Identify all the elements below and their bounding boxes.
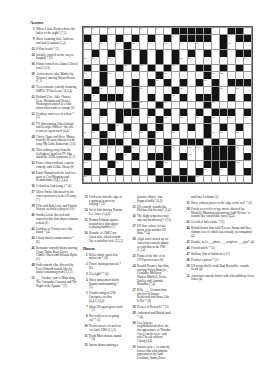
grid-cell[interactable]: 39	[236, 87, 244, 94]
grid-cell[interactable]	[172, 153, 180, 160]
grid-cell[interactable]: 27	[172, 65, 180, 72]
cell-number: 82	[108, 168, 111, 171]
grid-cell[interactable]	[116, 176, 124, 183]
grid-cell[interactable]: 44	[140, 102, 148, 109]
grid-cell[interactable]	[188, 94, 196, 101]
grid-cell[interactable]	[244, 124, 252, 131]
grid-cell[interactable]: 13	[132, 42, 140, 49]
grid-cell[interactable]	[196, 131, 204, 138]
grid-cell[interactable]	[132, 72, 140, 79]
grid-cell[interactable]	[156, 139, 164, 146]
grid-cell[interactable]: 70	[108, 146, 116, 153]
grid-cell[interactable]	[140, 146, 148, 153]
clue: 50US action thriller with Burt Reynolds …	[185, 265, 255, 272]
grid-cell[interactable]: 28	[84, 72, 92, 79]
grid-cell[interactable]	[148, 146, 156, 153]
grid-cell[interactable]: 83	[204, 168, 212, 175]
grid-cell[interactable]	[124, 79, 132, 86]
grid-cell[interactable]	[220, 176, 228, 183]
grid-cell[interactable]	[188, 168, 196, 175]
grid-cell[interactable]: 76	[124, 153, 132, 160]
grid-cell[interactable]: 55	[212, 116, 220, 123]
grid-cell[interactable]	[84, 124, 92, 131]
grid-cell[interactable]	[204, 109, 212, 116]
grid-cell[interactable]	[132, 131, 140, 138]
grid-cell[interactable]	[188, 65, 196, 72]
grid-cell[interactable]	[92, 42, 100, 49]
grid-cell[interactable]	[204, 57, 212, 64]
grid-cell[interactable]: 51	[148, 116, 156, 123]
grid-cell[interactable]: 15	[164, 42, 172, 49]
grid-cell[interactable]: 16	[180, 42, 188, 49]
grid-cell[interactable]	[172, 79, 180, 86]
grid-cell[interactable]	[196, 124, 204, 131]
grid-cell[interactable]: 85	[84, 176, 92, 183]
grid-cell[interactable]	[108, 79, 116, 86]
grid-cell[interactable]	[212, 42, 220, 49]
grid-cell[interactable]	[108, 65, 116, 72]
grid-cell[interactable]	[244, 87, 252, 94]
grid-cell[interactable]	[236, 139, 244, 146]
grid-cell[interactable]	[100, 57, 108, 64]
block-cell	[220, 50, 228, 57]
grid-cell[interactable]	[228, 87, 236, 94]
grid-cell[interactable]: 40	[92, 94, 100, 101]
grid-cell[interactable]	[220, 57, 228, 64]
grid-cell[interactable]	[156, 109, 164, 116]
grid-cell[interactable]: 82	[108, 168, 116, 175]
grid-cell[interactable]	[212, 57, 220, 64]
grid-cell[interactable]	[204, 176, 212, 183]
grid-cell[interactable]: 1	[84, 28, 92, 35]
grid-cell[interactable]: 8	[172, 35, 180, 42]
grid-cell[interactable]	[92, 102, 100, 109]
grid-cell[interactable]	[236, 109, 244, 116]
cell-number: 70	[108, 146, 111, 149]
grid-cell[interactable]	[140, 176, 148, 183]
grid-cell[interactable]: 80	[164, 161, 172, 168]
grid-cell[interactable]	[220, 102, 228, 109]
grid-cell[interactable]	[132, 161, 140, 168]
grid-cell[interactable]	[148, 87, 156, 94]
grid-cell[interactable]: 5	[140, 28, 148, 35]
grid-cell[interactable]	[148, 161, 156, 168]
grid-cell[interactable]: 17	[196, 42, 204, 49]
grid-cell[interactable]: 66	[212, 131, 220, 138]
grid-cell[interactable]: 58	[116, 124, 124, 131]
grid-cell[interactable]: 37	[180, 87, 188, 94]
grid-cell[interactable]	[92, 153, 100, 160]
grid-cell[interactable]	[164, 57, 172, 64]
grid-cell[interactable]	[116, 146, 124, 153]
grid-cell[interactable]: 79	[116, 161, 124, 168]
grid-cell[interactable]: 53	[180, 116, 188, 123]
grid-cell[interactable]	[180, 161, 188, 168]
grid-cell[interactable]: 14	[148, 42, 156, 49]
grid-cell[interactable]: 78	[84, 161, 92, 168]
grid-cell[interactable]	[92, 116, 100, 123]
grid-cell[interactable]	[132, 50, 140, 57]
block-cell	[84, 139, 92, 146]
grid-cell[interactable]: 67	[220, 131, 228, 138]
grid-cell[interactable]: 54	[196, 116, 204, 123]
clue: 49Irish comedy film, directed by Peter O…	[30, 264, 78, 275]
grid-cell[interactable]	[244, 176, 252, 183]
grid-cell[interactable]	[116, 102, 124, 109]
grid-cell[interactable]	[180, 146, 188, 153]
grid-cell[interactable]: 47	[84, 116, 92, 123]
grid-cell[interactable]: 18	[228, 42, 236, 49]
clue-number: 56	[83, 232, 88, 243]
grid-cell[interactable]	[164, 87, 172, 94]
grid-cell[interactable]: 33	[156, 79, 164, 86]
grid-cell[interactable]	[148, 57, 156, 64]
grid-cell[interactable]: 35	[100, 87, 108, 94]
grid-cell[interactable]	[140, 139, 148, 146]
block-cell	[228, 109, 236, 116]
grid-cell[interactable]: 81	[236, 161, 244, 168]
grid-cell[interactable]	[204, 87, 212, 94]
grid-cell[interactable]	[132, 57, 140, 64]
clue-number: 27	[131, 289, 136, 304]
grid-cell[interactable]	[116, 50, 124, 57]
grid-cell[interactable]	[244, 102, 252, 109]
grid-cell[interactable]: 23	[188, 57, 196, 64]
grid-cell[interactable]	[196, 102, 204, 109]
grid-cell[interactable]	[180, 131, 188, 138]
grid-cell[interactable]	[124, 94, 132, 101]
grid-cell[interactable]	[188, 72, 196, 79]
block-cell	[244, 94, 252, 101]
grid-cell[interactable]	[228, 57, 236, 64]
grid-cell[interactable]	[100, 102, 108, 109]
grid-cell[interactable]	[100, 50, 108, 57]
grid-cell[interactable]	[180, 102, 188, 109]
grid-cell[interactable]: 25	[124, 65, 132, 72]
grid-cell[interactable]	[100, 28, 108, 35]
grid-cell[interactable]	[228, 131, 236, 138]
grid-cell[interactable]	[140, 168, 148, 175]
grid-cell[interactable]	[228, 102, 236, 109]
grid-cell[interactable]: 62	[124, 131, 132, 138]
grid-cell[interactable]	[172, 139, 180, 146]
grid-cell[interactable]	[132, 28, 140, 35]
grid-cell[interactable]: 56	[228, 116, 236, 123]
grid-cell[interactable]	[148, 102, 156, 109]
grid-cell[interactable]	[108, 42, 116, 49]
grid-cell[interactable]	[188, 131, 196, 138]
grid-cell[interactable]	[180, 124, 188, 131]
grid-cell[interactable]	[92, 168, 100, 175]
grid-cell[interactable]: 10	[84, 42, 92, 49]
grid-cell[interactable]	[172, 72, 180, 79]
clue-text: Algal water mixed up for American comedy…	[137, 238, 171, 253]
grid-cell[interactable]	[236, 168, 244, 175]
grid-cell[interactable]	[188, 87, 196, 94]
grid-cell[interactable]: 9	[228, 35, 236, 42]
grid-cell[interactable]	[188, 161, 196, 168]
grid-cell[interactable]: 71	[132, 146, 140, 153]
grid-cell[interactable]: 20	[92, 57, 100, 64]
grid-cell[interactable]	[140, 42, 148, 49]
grid-cell[interactable]: 60	[92, 131, 100, 138]
grid-cell[interactable]	[140, 116, 148, 123]
grid-cell[interactable]	[220, 94, 228, 101]
grid-cell[interactable]	[116, 28, 124, 35]
grid-cell[interactable]	[212, 176, 220, 183]
grid-cell[interactable]: 84	[220, 168, 228, 175]
grid-cell[interactable]	[124, 161, 132, 168]
grid-cell[interactable]	[100, 146, 108, 153]
grid-cell[interactable]	[236, 176, 244, 183]
grid-cell[interactable]	[220, 116, 228, 123]
grid-cell[interactable]	[236, 102, 244, 109]
clue-number: 29	[131, 312, 136, 319]
grid-cell[interactable]: 48	[100, 116, 108, 123]
clue: 16The flight sequences may take my breat…	[131, 215, 171, 222]
grid-cell[interactable]: 34	[204, 79, 212, 86]
clue: 21Richard Gere, Julie Christie, Gene Hac…	[30, 96, 78, 111]
grid-cell[interactable]	[164, 50, 172, 57]
grid-cell[interactable]: 75	[236, 146, 244, 153]
grid-cell[interactable]: 22	[180, 57, 188, 64]
grid-cell[interactable]: 38	[220, 87, 228, 94]
grid-cell[interactable]	[116, 131, 124, 138]
grid-cell[interactable]: 31	[212, 72, 220, 79]
grid-cell[interactable]	[244, 146, 252, 153]
grid-cell[interactable]	[132, 124, 140, 131]
grid-cell[interactable]	[140, 79, 148, 86]
grid-cell[interactable]	[172, 116, 180, 123]
grid-cell[interactable]	[164, 28, 172, 35]
grid-cell[interactable]: 29	[108, 72, 116, 79]
grid-cell[interactable]	[244, 161, 252, 168]
grid-cell[interactable]: 57	[244, 116, 252, 123]
grid-cell[interactable]: 41	[172, 94, 180, 101]
grid-cell[interactable]	[140, 153, 148, 160]
clue: 24Ronald Neame's last film, starring Vic…	[131, 265, 171, 287]
grid-cell[interactable]	[108, 176, 116, 183]
grid-cell[interactable]: 24	[244, 57, 252, 64]
grid-cell[interactable]	[228, 72, 236, 79]
grid-cell[interactable]	[196, 72, 204, 79]
grid-cell[interactable]	[236, 153, 244, 160]
grid-cell[interactable]: 86	[196, 176, 204, 183]
grid-cell[interactable]	[140, 94, 148, 101]
grid-cell[interactable]: 12	[116, 42, 124, 49]
grid-cell[interactable]: 46	[212, 102, 220, 109]
grid-cell[interactable]	[156, 146, 164, 153]
grid-cell[interactable]	[140, 161, 148, 168]
grid-cell[interactable]	[244, 65, 252, 72]
grid-cell[interactable]	[244, 72, 252, 79]
grid-cell[interactable]	[124, 102, 132, 109]
grid-cell[interactable]: 65	[172, 131, 180, 138]
grid-cell[interactable]	[172, 161, 180, 168]
grid-cell[interactable]	[164, 131, 172, 138]
grid-cell[interactable]: 11	[100, 42, 108, 49]
grid-cell[interactable]	[92, 146, 100, 153]
grid-cell[interactable]	[196, 161, 204, 168]
grid-cell[interactable]	[92, 161, 100, 168]
grid-cell[interactable]: 2	[92, 28, 100, 35]
grid-cell[interactable]	[236, 72, 244, 79]
grid-cell[interactable]: 32	[220, 72, 228, 79]
grid-cell[interactable]: 59	[84, 131, 92, 138]
grid-cell[interactable]	[148, 72, 156, 79]
grid-cell[interactable]	[148, 176, 156, 183]
grid-cell[interactable]: 49	[124, 116, 132, 123]
grid-cell[interactable]	[100, 176, 108, 183]
grid-cell[interactable]	[196, 57, 204, 64]
grid-cell[interactable]	[124, 139, 132, 146]
grid-cell[interactable]: 43	[108, 102, 116, 109]
grid-cell[interactable]: 50	[132, 116, 140, 123]
grid-cell[interactable]	[124, 176, 132, 183]
grid-cell[interactable]: 6	[156, 28, 164, 35]
grid-cell[interactable]	[220, 139, 228, 146]
grid-cell[interactable]	[124, 87, 132, 94]
grid-cell[interactable]: 74	[196, 146, 204, 153]
grid-cell[interactable]	[116, 87, 124, 94]
grid-cell[interactable]	[140, 35, 148, 42]
grid-cell[interactable]	[228, 176, 236, 183]
grid-cell[interactable]	[156, 42, 164, 49]
grid-cell[interactable]	[188, 79, 196, 86]
grid-cell[interactable]	[100, 124, 108, 131]
grid-cell[interactable]	[92, 72, 100, 79]
cell-number: 76	[124, 153, 127, 156]
grid-cell[interactable]	[196, 87, 204, 94]
grid-cell[interactable]	[196, 50, 204, 57]
grid-cell[interactable]	[228, 65, 236, 72]
grid-cell[interactable]	[212, 124, 220, 131]
grid-cell[interactable]	[92, 65, 100, 72]
grid-cell[interactable]	[156, 168, 164, 175]
grid-cell[interactable]	[204, 42, 212, 49]
grid-cell[interactable]: 42	[84, 102, 92, 109]
grid-cell[interactable]	[156, 94, 164, 101]
grid-cell[interactable]	[196, 153, 204, 160]
grid-cell[interactable]: 52	[164, 116, 172, 123]
grid-cell[interactable]	[156, 35, 164, 42]
grid-cell[interactable]	[156, 87, 164, 94]
grid-cell[interactable]: 63	[140, 131, 148, 138]
grid-cell[interactable]: 4	[124, 28, 132, 35]
grid-cell[interactable]	[124, 35, 132, 42]
grid-cell[interactable]: 77	[188, 153, 196, 160]
grid-cell[interactable]	[108, 116, 116, 123]
grid-cell[interactable]: 30	[164, 72, 172, 79]
grid-cell[interactable]	[204, 139, 212, 146]
grid-cell[interactable]	[156, 65, 164, 72]
grid-cell[interactable]	[244, 28, 252, 35]
grid-cell[interactable]	[220, 28, 228, 35]
grid-cell[interactable]	[188, 109, 196, 116]
grid-cell[interactable]: 68	[236, 131, 244, 138]
grid-cell[interactable]	[212, 35, 220, 42]
grid-cell[interactable]	[124, 72, 132, 79]
grid-cell[interactable]	[100, 161, 108, 168]
grid-cell[interactable]	[108, 35, 116, 42]
grid-cell[interactable]: 26	[140, 65, 148, 72]
grid-cell[interactable]	[148, 28, 156, 35]
grid-cell[interactable]	[180, 72, 188, 79]
grid-cell[interactable]	[92, 176, 100, 183]
grid-cell[interactable]	[212, 50, 220, 57]
clue-text: Plural of the title of its 1979 predeces…	[137, 255, 171, 262]
grid-cell[interactable]	[84, 50, 92, 57]
grid-cell[interactable]	[228, 50, 236, 57]
grid-cell[interactable]	[244, 131, 252, 138]
grid-cell[interactable]	[92, 79, 100, 86]
grid-cell[interactable]	[148, 124, 156, 131]
grid-cell[interactable]: 19	[84, 57, 92, 64]
grid-cell[interactable]	[148, 50, 156, 57]
grid-cell[interactable]	[172, 102, 180, 109]
cell-number: 62	[124, 131, 127, 134]
grid-cell[interactable]: 7	[212, 28, 220, 35]
grid-cell[interactable]	[236, 42, 244, 49]
grid-cell[interactable]	[236, 57, 244, 64]
grid-cell[interactable]	[172, 42, 180, 49]
grid-cell[interactable]	[92, 109, 100, 116]
grid-cell[interactable]: 21	[108, 57, 116, 64]
block-cell	[180, 28, 188, 35]
grid-cell[interactable]: 61	[108, 131, 116, 138]
grid-cell[interactable]	[108, 109, 116, 116]
grid-cell[interactable]	[84, 87, 92, 94]
grid-cell[interactable]	[108, 153, 116, 160]
grid-cell[interactable]	[140, 109, 148, 116]
grid-cell[interactable]	[180, 50, 188, 57]
grid-cell[interactable]	[188, 116, 196, 123]
grid-cell[interactable]	[172, 109, 180, 116]
grid-cell[interactable]	[92, 35, 100, 42]
grid-cell[interactable]	[212, 65, 220, 72]
grid-cell[interactable]	[116, 57, 124, 64]
grid-cell[interactable]: 45	[164, 102, 172, 109]
grid-cell[interactable]	[188, 102, 196, 109]
grid-cell[interactable]	[124, 168, 132, 175]
grid-cell[interactable]: 3	[108, 28, 116, 35]
grid-cell[interactable]	[236, 116, 244, 123]
block-cell	[228, 168, 236, 175]
grid-cell[interactable]	[220, 79, 228, 86]
grid-cell[interactable]	[108, 87, 116, 94]
clue-number: 4	[83, 279, 88, 290]
grid-cell[interactable]	[92, 139, 100, 146]
grid-cell[interactable]	[244, 42, 252, 49]
grid-cell[interactable]	[164, 124, 172, 131]
cell-number: 86	[196, 175, 199, 178]
grid-cell[interactable]	[140, 72, 148, 79]
grid-cell[interactable]	[236, 94, 244, 101]
grid-cell[interactable]: 36	[140, 87, 148, 94]
grid-cell[interactable]: 73	[188, 146, 196, 153]
clue-text: Fold sewn into the edge of a garment to …	[89, 196, 123, 207]
grid-cell[interactable]	[116, 72, 124, 79]
grid-cell[interactable]: 72	[172, 146, 180, 153]
grid-cell[interactable]	[172, 168, 180, 175]
grid-cell[interactable]: 69	[84, 146, 92, 153]
grid-cell[interactable]	[132, 176, 140, 183]
grid-cell[interactable]	[188, 42, 196, 49]
block-cell	[196, 94, 204, 101]
grid-cell[interactable]	[228, 124, 236, 131]
grid-cell[interactable]: 64	[156, 131, 164, 138]
block-cell	[84, 109, 92, 116]
